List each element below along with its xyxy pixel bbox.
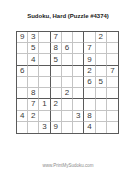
cell-r4c2 <box>28 66 39 77</box>
cell-r8c5 <box>62 111 73 122</box>
cell-r3c6 <box>73 54 84 65</box>
cell-r3c4: 5 <box>51 54 62 65</box>
cell-r8c9 <box>107 111 118 122</box>
cell-r6c6 <box>73 88 84 99</box>
cell-r7c1 <box>17 99 28 110</box>
cell-r8c4 <box>51 111 62 122</box>
cell-r5c7: 6 <box>84 77 95 88</box>
cell-r4c1: 6 <box>17 66 28 77</box>
cell-r4c9: 7 <box>107 66 118 77</box>
cell-r8c6: 3 <box>73 111 84 122</box>
cell-r7c5 <box>62 99 73 110</box>
cell-r2c2: 5 <box>28 43 39 54</box>
cell-r4c8 <box>96 66 107 77</box>
cell-r6c4 <box>51 88 62 99</box>
cell-r8c8 <box>96 111 107 122</box>
cell-r7c7 <box>84 99 95 110</box>
cell-r4c6 <box>73 66 84 77</box>
cell-r5c9 <box>107 77 118 88</box>
cell-r4c7: 2 <box>84 66 95 77</box>
cell-r6c9 <box>107 88 118 99</box>
cell-r6c8 <box>96 88 107 99</box>
cell-r2c3 <box>39 43 50 54</box>
cell-r9c6 <box>73 122 84 133</box>
footer-url: www.PrintMySudoku.com <box>0 163 136 168</box>
cell-r3c5 <box>62 54 73 65</box>
cell-r7c3: 1 <box>39 99 50 110</box>
cell-r3c7: 9 <box>84 54 95 65</box>
cell-r1c8: 2 <box>96 32 107 43</box>
cell-r7c2: 7 <box>28 99 39 110</box>
cell-r1c5 <box>62 32 73 43</box>
cell-r9c7: 4 <box>84 122 95 133</box>
cell-r5c6 <box>73 77 84 88</box>
cell-r9c5 <box>62 122 73 133</box>
cell-r5c2 <box>28 77 39 88</box>
cell-r4c4 <box>51 66 62 77</box>
cell-r2c8 <box>96 43 107 54</box>
cell-r7c8 <box>96 99 107 110</box>
cell-r7c9 <box>107 99 118 110</box>
cell-r9c8 <box>96 122 107 133</box>
cell-r9c1 <box>17 122 28 133</box>
cell-r7c6 <box>73 99 84 110</box>
cell-r3c3 <box>39 54 50 65</box>
cell-r2c1 <box>17 43 28 54</box>
cell-r6c2: 8 <box>28 88 39 99</box>
sudoku-board: 9372586745962765827124238394 <box>16 31 119 134</box>
cell-r5c5 <box>62 77 73 88</box>
cell-r7c4: 2 <box>51 99 62 110</box>
cell-r2c9 <box>107 43 118 54</box>
cell-r3c9 <box>107 54 118 65</box>
cell-r2c6 <box>73 43 84 54</box>
cell-r6c7 <box>84 88 95 99</box>
cell-r8c2: 2 <box>28 111 39 122</box>
cell-r5c8: 5 <box>96 77 107 88</box>
cell-r1c3 <box>39 32 50 43</box>
cell-r6c1 <box>17 88 28 99</box>
cell-r1c4: 7 <box>51 32 62 43</box>
cell-r9c3: 3 <box>39 122 50 133</box>
cell-r8c3 <box>39 111 50 122</box>
cell-r2c5: 6 <box>62 43 73 54</box>
cell-r9c4: 9 <box>51 122 62 133</box>
cell-r2c7: 7 <box>84 43 95 54</box>
cell-r5c3 <box>39 77 50 88</box>
cell-r1c2: 3 <box>28 32 39 43</box>
cell-r3c1 <box>17 54 28 65</box>
cell-r9c2 <box>28 122 39 133</box>
cell-r2c4: 8 <box>51 43 62 54</box>
cell-r3c2: 4 <box>28 54 39 65</box>
cell-r6c5: 2 <box>62 88 73 99</box>
cell-r4c3 <box>39 66 50 77</box>
cell-r8c1: 4 <box>17 111 28 122</box>
cell-r8c7: 8 <box>84 111 95 122</box>
cell-r5c4 <box>51 77 62 88</box>
cell-r9c9 <box>107 122 118 133</box>
sudoku-page: Sudoku, Hard (Puzzle #4374) 937258674596… <box>0 0 136 176</box>
cell-r6c3 <box>39 88 50 99</box>
cell-r5c1 <box>17 77 28 88</box>
cell-r1c6 <box>73 32 84 43</box>
cell-r3c8 <box>96 54 107 65</box>
cell-r1c1: 9 <box>17 32 28 43</box>
cell-r4c5 <box>62 66 73 77</box>
page-title: Sudoku, Hard (Puzzle #4374) <box>0 13 136 19</box>
cell-r1c9 <box>107 32 118 43</box>
cell-r1c7 <box>84 32 95 43</box>
